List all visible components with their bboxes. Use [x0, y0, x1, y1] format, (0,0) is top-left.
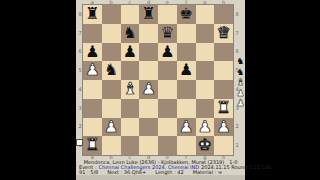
square-a4[interactable] — [83, 80, 102, 99]
square-a2[interactable] — [83, 118, 102, 137]
square-b7[interactable] — [102, 24, 121, 43]
piece-black-pawn[interactable]: ♟ — [160, 43, 174, 62]
square-h7[interactable]: ♛ — [214, 24, 233, 43]
captured-white-pawn: ♟ — [236, 98, 244, 109]
piece-black-king[interactable]: ♚ — [179, 5, 193, 24]
square-h2[interactable]: ♟ — [214, 118, 233, 137]
square-f1[interactable] — [177, 136, 196, 155]
square-h8[interactable] — [214, 5, 233, 24]
square-h5[interactable] — [214, 61, 233, 80]
square-a8[interactable]: ♜ — [83, 5, 102, 24]
square-a6[interactable]: ♟ — [83, 43, 102, 62]
square-d5[interactable] — [139, 61, 158, 80]
piece-black-knight[interactable]: ♞ — [104, 61, 118, 80]
piece-white-pawn[interactable]: ♟ — [216, 118, 230, 137]
square-c7[interactable]: ♞ — [121, 24, 140, 43]
piece-white-pawn[interactable]: ♟ — [141, 80, 155, 99]
white-to-move-indicator — [76, 139, 83, 146]
piece-white-rook[interactable]: ♜ — [216, 99, 230, 118]
square-g2[interactable]: ♟ — [196, 118, 215, 137]
piece-white-queen[interactable]: ♛ — [216, 24, 230, 43]
footer-bottom-band — [76, 175, 245, 180]
square-a7[interactable] — [83, 24, 102, 43]
square-a5[interactable]: ♟ — [83, 61, 102, 80]
square-b6[interactable] — [102, 43, 121, 62]
square-d2[interactable] — [139, 118, 158, 137]
square-g6[interactable] — [196, 43, 215, 62]
square-c4[interactable]: ♝ — [121, 80, 140, 99]
square-g7[interactable] — [196, 24, 215, 43]
piece-white-pawn[interactable]: ♟ — [85, 61, 99, 80]
square-a1[interactable]: ♜ — [83, 136, 102, 155]
square-c3[interactable] — [121, 99, 140, 118]
piece-white-king[interactable]: ♚ — [198, 136, 212, 155]
square-c6[interactable]: ♟ — [121, 43, 140, 62]
square-c1[interactable] — [121, 136, 140, 155]
piece-black-pawn[interactable]: ♟ — [85, 43, 99, 62]
square-e3[interactable] — [158, 99, 177, 118]
square-c5[interactable] — [121, 61, 140, 80]
square-g8[interactable] — [196, 5, 215, 24]
square-d3[interactable] — [139, 99, 158, 118]
rank-label-8: 8 — [234, 5, 240, 24]
square-h3[interactable]: ♜ — [214, 99, 233, 118]
piece-black-rook[interactable]: ♜ — [141, 5, 155, 24]
piece-black-pawn[interactable]: ♟ — [123, 43, 137, 62]
piece-black-pawn[interactable]: ♟ — [179, 61, 193, 80]
square-e1[interactable] — [158, 136, 177, 155]
square-f4[interactable] — [177, 80, 196, 99]
captured-material-tray: ♞♞♝♟♟ — [236, 56, 245, 109]
square-c8[interactable] — [121, 5, 140, 24]
square-d6[interactable] — [139, 43, 158, 62]
square-e4[interactable] — [158, 80, 177, 99]
square-d1[interactable] — [139, 136, 158, 155]
piece-white-pawn[interactable]: ♟ — [179, 118, 193, 137]
square-b5[interactable]: ♞ — [102, 61, 121, 80]
square-h4[interactable] — [214, 80, 233, 99]
square-c2[interactable] — [121, 118, 140, 137]
square-a3[interactable] — [83, 99, 102, 118]
square-e2[interactable] — [158, 118, 177, 137]
square-d7[interactable] — [139, 24, 158, 43]
square-d4[interactable]: ♟ — [139, 80, 158, 99]
piece-white-pawn[interactable]: ♟ — [104, 118, 118, 137]
captured-black-knight: ♞ — [236, 67, 244, 78]
piece-black-queen[interactable]: ♛ — [160, 24, 174, 43]
piece-black-rook[interactable]: ♜ — [85, 5, 99, 24]
square-g1[interactable]: ♚ — [196, 136, 215, 155]
square-e6[interactable]: ♟ — [158, 43, 177, 62]
square-b3[interactable] — [102, 99, 121, 118]
square-f7[interactable] — [177, 24, 196, 43]
rank-label-7: 7 — [234, 24, 240, 43]
square-b1[interactable] — [102, 136, 121, 155]
square-f8[interactable]: ♚ — [177, 5, 196, 24]
captured-black-knight: ♞ — [236, 56, 244, 67]
square-f6[interactable] — [177, 43, 196, 62]
square-b2[interactable]: ♟ — [102, 118, 121, 137]
piece-black-knight[interactable]: ♞ — [123, 24, 137, 43]
square-g3[interactable] — [196, 99, 215, 118]
rank-label-1: 1 — [234, 136, 240, 155]
square-e8[interactable] — [158, 5, 177, 24]
square-f2[interactable]: ♟ — [177, 118, 196, 137]
piece-white-pawn[interactable]: ♟ — [198, 118, 212, 137]
square-e7[interactable]: ♛ — [158, 24, 177, 43]
square-e5[interactable] — [158, 61, 177, 80]
square-h6[interactable] — [214, 43, 233, 62]
square-f3[interactable] — [177, 99, 196, 118]
square-g5[interactable] — [196, 61, 215, 80]
captured-white-bishop: ♝ — [236, 77, 244, 88]
piece-white-rook[interactable]: ♜ — [85, 136, 99, 155]
square-f5[interactable]: ♟ — [177, 61, 196, 80]
square-d8[interactable]: ♜ — [139, 5, 158, 24]
rank-label-2: 2 — [234, 118, 240, 137]
piece-white-bishop[interactable]: ♝ — [123, 80, 137, 99]
square-b8[interactable] — [102, 5, 121, 24]
square-g4[interactable] — [196, 80, 215, 99]
captured-white-pawn: ♟ — [236, 88, 244, 99]
square-h1[interactable] — [214, 136, 233, 155]
board: ♜♜♚♞♛♛♟♟♟♟♞♟♝♟♜♟♟♟♟♜♚ — [83, 5, 233, 155]
square-b4[interactable] — [102, 80, 121, 99]
